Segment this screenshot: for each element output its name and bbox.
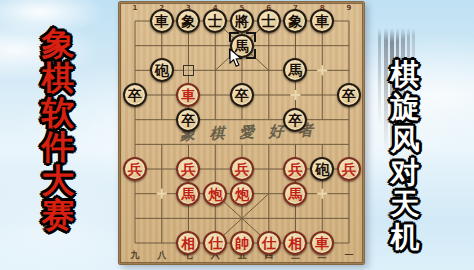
title-character: 机 — [386, 221, 424, 254]
piece-glyph: 馬 — [288, 187, 302, 201]
title-character: 软 — [37, 96, 79, 130]
piece-glyph: 卒 — [342, 88, 356, 102]
video-thumbnail: 象棋软件大赛 棋旋风对天机 123456789 九八七六五四三二一 象棋愛好者 … — [0, 0, 474, 270]
piece-black-rook[interactable]: 車 — [310, 9, 334, 33]
piece-red-soldier[interactable]: 兵 — [230, 157, 254, 181]
title-character: 件 — [37, 130, 79, 164]
title-character: 风 — [386, 123, 424, 156]
piece-red-soldier[interactable]: 兵 — [123, 157, 147, 181]
piece-glyph: 卒 — [128, 88, 142, 102]
piece-black-elephant[interactable]: 象 — [176, 9, 200, 33]
piece-red-rook[interactable]: 車 — [176, 83, 200, 107]
piece-black-horse[interactable]: 馬 — [283, 58, 307, 82]
piece-red-soldier[interactable]: 兵 — [176, 157, 200, 181]
piece-glyph: 砲 — [315, 162, 329, 176]
piece-red-soldier[interactable]: 兵 — [337, 157, 361, 181]
piece-red-advisor[interactable]: 仕 — [203, 231, 227, 255]
piece-glyph: 相 — [181, 236, 195, 250]
piece-red-advisor[interactable]: 仕 — [257, 231, 281, 255]
piece-red-horse[interactable]: 馬 — [283, 182, 307, 206]
piece-glyph: 卒 — [235, 88, 249, 102]
piece-black-soldier[interactable]: 卒 — [176, 108, 200, 132]
left-title: 象棋软件大赛 — [37, 27, 79, 233]
piece-glyph: 卒 — [288, 113, 302, 127]
piece-red-general[interactable]: 帥 — [230, 231, 254, 255]
piece-glyph: 象 — [181, 14, 195, 28]
title-character: 棋 — [386, 58, 424, 91]
piece-glyph: 車 — [181, 88, 195, 102]
mouse-cursor-icon — [229, 48, 243, 68]
piece-glyph: 炮 — [208, 187, 222, 201]
piece-glyph: 兵 — [181, 162, 195, 176]
piece-glyph: 士 — [262, 14, 276, 28]
piece-red-rook[interactable]: 車 — [310, 231, 334, 255]
piece-red-elephant[interactable]: 相 — [176, 231, 200, 255]
piece-black-advisor[interactable]: 士 — [203, 9, 227, 33]
piece-glyph: 車 — [155, 14, 169, 28]
piece-red-cannon[interactable]: 炮 — [203, 182, 227, 206]
title-character: 赛 — [37, 198, 79, 232]
piece-red-cannon[interactable]: 炮 — [230, 182, 254, 206]
title-character: 棋 — [37, 61, 79, 95]
piece-glyph: 仕 — [208, 236, 222, 250]
xiangqi-board[interactable]: 123456789 九八七六五四三二一 象棋愛好者 車象士將士象車馬砲馬卒卒卒卒… — [118, 1, 365, 265]
piece-black-cannon[interactable]: 砲 — [310, 157, 334, 181]
piece-glyph: 馬 — [288, 63, 302, 77]
piece-glyph: 帥 — [235, 236, 249, 250]
piece-black-soldier[interactable]: 卒 — [123, 83, 147, 107]
piece-red-elephant[interactable]: 相 — [283, 231, 307, 255]
piece-glyph: 相 — [288, 236, 302, 250]
piece-glyph: 馬 — [181, 187, 195, 201]
piece-glyph: 砲 — [155, 63, 169, 77]
title-character: 天 — [386, 188, 424, 221]
piece-glyph: 車 — [315, 236, 329, 250]
piece-glyph: 士 — [208, 14, 222, 28]
title-character: 象 — [37, 27, 79, 61]
piece-black-soldier[interactable]: 卒 — [283, 108, 307, 132]
piece-glyph: 卒 — [181, 113, 195, 127]
piece-black-soldier[interactable]: 卒 — [337, 83, 361, 107]
piece-glyph: 將 — [235, 14, 249, 28]
piece-black-soldier[interactable]: 卒 — [230, 83, 254, 107]
right-title: 棋旋风对天机 — [386, 58, 424, 254]
piece-red-horse[interactable]: 馬 — [176, 182, 200, 206]
piece-glyph: 兵 — [128, 162, 142, 176]
piece-black-advisor[interactable]: 士 — [257, 9, 281, 33]
piece-glyph: 仕 — [262, 236, 276, 250]
title-character: 大 — [37, 164, 79, 198]
piece-black-cannon[interactable]: 砲 — [150, 58, 174, 82]
piece-glyph: 兵 — [342, 162, 356, 176]
title-character: 对 — [386, 156, 424, 189]
piece-glyph: 炮 — [235, 187, 249, 201]
piece-glyph: 象 — [288, 14, 302, 28]
piece-black-rook[interactable]: 車 — [150, 9, 174, 33]
piece-red-soldier[interactable]: 兵 — [283, 157, 307, 181]
piece-glyph: 車 — [315, 14, 329, 28]
piece-black-general[interactable]: 將 — [230, 9, 254, 33]
piece-glyph: 兵 — [235, 162, 249, 176]
title-character: 旋 — [386, 91, 424, 124]
piece-black-elephant[interactable]: 象 — [283, 9, 307, 33]
piece-glyph: 兵 — [288, 162, 302, 176]
